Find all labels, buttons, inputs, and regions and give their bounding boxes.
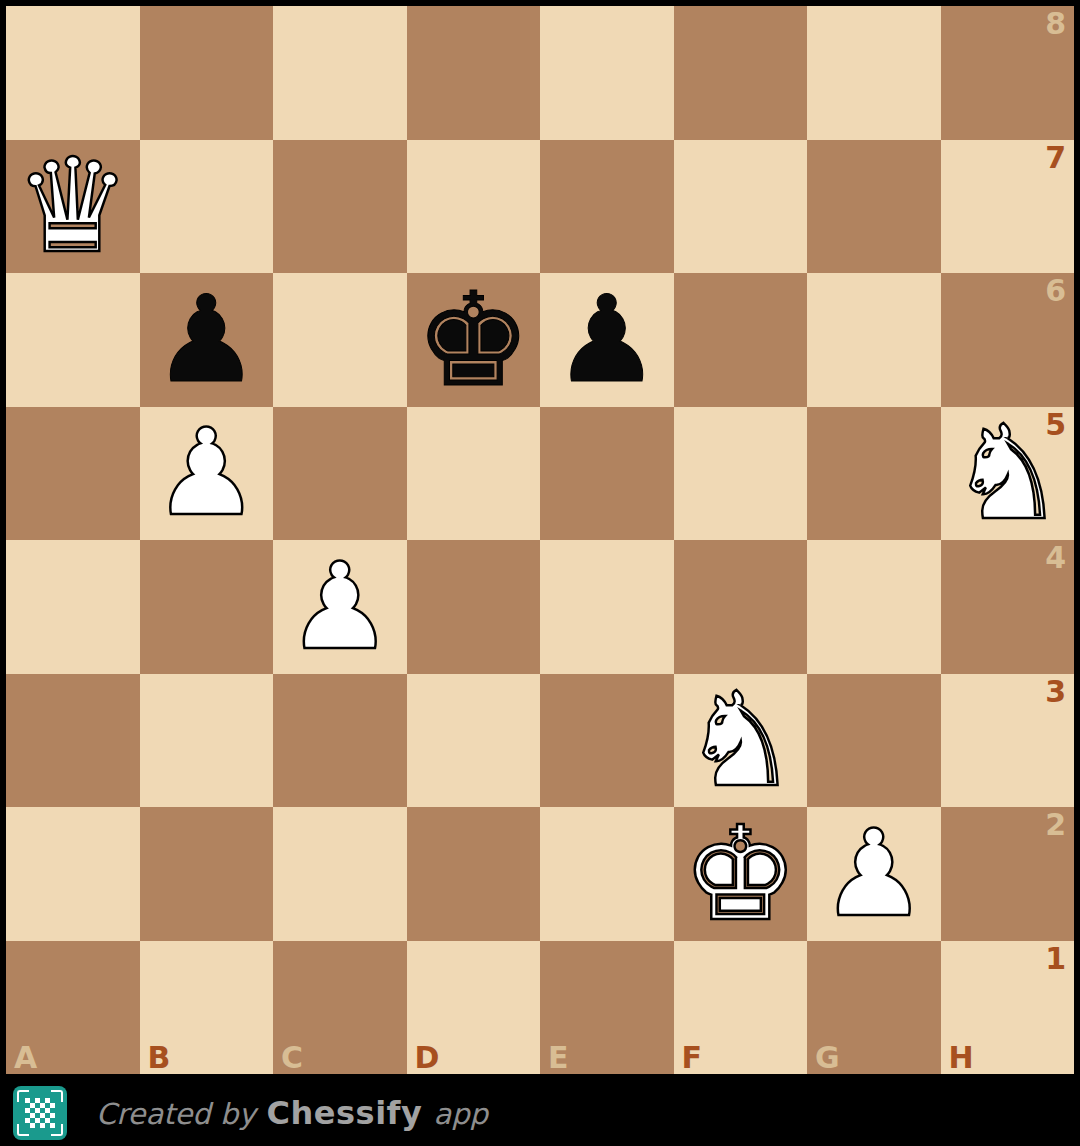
square-g2: ♟ bbox=[807, 807, 941, 941]
rank-label-7: 7 bbox=[1045, 143, 1066, 173]
square-c7 bbox=[273, 140, 407, 274]
rank-label-2: 2 bbox=[1045, 810, 1066, 840]
square-b1: B bbox=[140, 941, 274, 1075]
black-king: ♚ bbox=[415, 275, 532, 405]
square-f5 bbox=[674, 407, 808, 541]
square-f4 bbox=[674, 540, 808, 674]
square-c2 bbox=[273, 807, 407, 941]
square-d3 bbox=[407, 674, 541, 808]
rank-label-8: 8 bbox=[1045, 9, 1066, 39]
brand-name: Chessify bbox=[267, 1094, 423, 1132]
white-queen: ♛ bbox=[14, 141, 131, 271]
square-b2 bbox=[140, 807, 274, 941]
app-text: app bbox=[433, 1097, 488, 1131]
square-b4 bbox=[140, 540, 274, 674]
square-c6 bbox=[273, 273, 407, 407]
created-by-text: Created by bbox=[96, 1097, 256, 1131]
square-a2 bbox=[6, 807, 140, 941]
rank-label-5: 5 bbox=[1045, 410, 1066, 440]
square-a5 bbox=[6, 407, 140, 541]
square-e3 bbox=[540, 674, 674, 808]
square-g4 bbox=[807, 540, 941, 674]
square-b6: ♟ bbox=[140, 273, 274, 407]
square-g7 bbox=[807, 140, 941, 274]
file-label-h: H bbox=[949, 1043, 974, 1073]
square-h4: 4 bbox=[941, 540, 1075, 674]
rank-label-4: 4 bbox=[1045, 543, 1066, 573]
square-f7 bbox=[674, 140, 808, 274]
file-label-a: A bbox=[14, 1043, 37, 1073]
square-d5 bbox=[407, 407, 541, 541]
square-h1: 1H bbox=[941, 941, 1075, 1075]
chessify-logo-icon bbox=[13, 1086, 67, 1140]
rank-label-1: 1 bbox=[1045, 944, 1066, 974]
file-label-g: G bbox=[815, 1043, 840, 1073]
square-d1: D bbox=[407, 941, 541, 1075]
square-h7: 7 bbox=[941, 140, 1075, 274]
square-e7 bbox=[540, 140, 674, 274]
square-h2: 2 bbox=[941, 807, 1075, 941]
square-b8 bbox=[140, 6, 274, 140]
square-g8 bbox=[807, 6, 941, 140]
white-pawn: ♟ bbox=[152, 413, 260, 533]
square-h3: 3 bbox=[941, 674, 1075, 808]
square-a3 bbox=[6, 674, 140, 808]
square-c4: ♟ bbox=[273, 540, 407, 674]
file-label-f: F bbox=[682, 1043, 703, 1073]
square-c5 bbox=[273, 407, 407, 541]
square-d2 bbox=[407, 807, 541, 941]
file-label-b: B bbox=[148, 1043, 171, 1073]
square-h6: 6 bbox=[941, 273, 1075, 407]
square-b7 bbox=[140, 140, 274, 274]
logo-checkerboard bbox=[25, 1098, 55, 1128]
file-label-d: D bbox=[415, 1043, 440, 1073]
square-d7 bbox=[407, 140, 541, 274]
square-e5 bbox=[540, 407, 674, 541]
square-f6 bbox=[674, 273, 808, 407]
white-pawn: ♟ bbox=[820, 814, 928, 934]
square-d4 bbox=[407, 540, 541, 674]
black-pawn: ♟ bbox=[152, 280, 260, 400]
square-f2: ♚ bbox=[674, 807, 808, 941]
square-e2 bbox=[540, 807, 674, 941]
square-a6 bbox=[6, 273, 140, 407]
square-e1: E bbox=[540, 941, 674, 1075]
white-king: ♚ bbox=[682, 809, 799, 939]
white-knight: ♞ bbox=[682, 675, 799, 805]
rank-label-3: 3 bbox=[1045, 677, 1066, 707]
square-b3 bbox=[140, 674, 274, 808]
square-f3: ♞ bbox=[674, 674, 808, 808]
square-g1: G bbox=[807, 941, 941, 1075]
square-c8 bbox=[273, 6, 407, 140]
credit-text: Created by Chessify app bbox=[96, 1094, 488, 1132]
square-d8 bbox=[407, 6, 541, 140]
square-c1: C bbox=[273, 941, 407, 1075]
square-h5: ♞5 bbox=[941, 407, 1075, 541]
square-a1: A bbox=[6, 941, 140, 1075]
rank-label-6: 6 bbox=[1045, 276, 1066, 306]
white-pawn: ♟ bbox=[286, 547, 394, 667]
square-e8 bbox=[540, 6, 674, 140]
file-label-e: E bbox=[548, 1043, 569, 1073]
square-e6: ♟ bbox=[540, 273, 674, 407]
square-g6 bbox=[807, 273, 941, 407]
square-a8 bbox=[6, 6, 140, 140]
square-f8 bbox=[674, 6, 808, 140]
square-g5 bbox=[807, 407, 941, 541]
square-g3 bbox=[807, 674, 941, 808]
file-label-c: C bbox=[281, 1043, 303, 1073]
black-pawn: ♟ bbox=[553, 280, 661, 400]
chess-board: 8♛7♟♚♟6♟♞5♟4♞3♚♟2ABCDEFG1H bbox=[0, 0, 1080, 1080]
square-a4 bbox=[6, 540, 140, 674]
square-a7: ♛ bbox=[6, 140, 140, 274]
square-h8: 8 bbox=[941, 6, 1075, 140]
square-c3 bbox=[273, 674, 407, 808]
square-f1: F bbox=[674, 941, 808, 1075]
square-e4 bbox=[540, 540, 674, 674]
footer: Created by Chessify app bbox=[0, 1080, 1080, 1146]
square-b5: ♟ bbox=[140, 407, 274, 541]
square-d6: ♚ bbox=[407, 273, 541, 407]
